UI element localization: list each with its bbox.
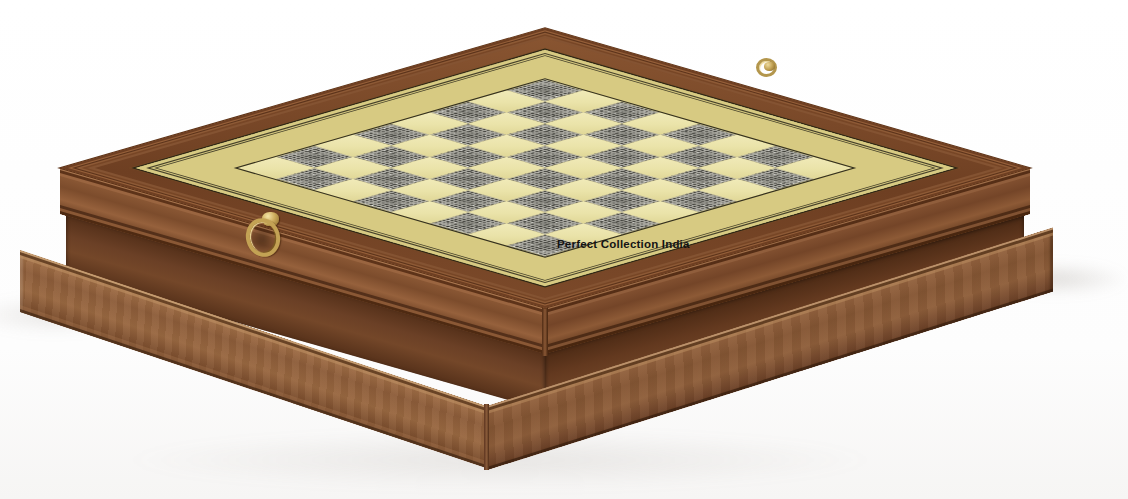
frame-corner-edge [542, 306, 548, 356]
base-corner-edge [484, 404, 489, 470]
drawer-ring-pull [240, 206, 290, 258]
back-ring-pull [752, 54, 778, 74]
chess-board-box-photo: Perfect Collection India [0, 0, 1128, 499]
chess-board-grid [238, 79, 853, 256]
ring-mount-icon [764, 62, 775, 71]
watermark-text: Perfect Collection India [557, 238, 690, 250]
